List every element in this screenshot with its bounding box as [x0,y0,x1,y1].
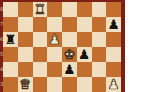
square-h6[interactable] [106,32,121,47]
square-c4[interactable] [33,62,48,77]
black-pawn: ♟ [78,47,90,62]
square-f5[interactable]: ♟ [77,47,92,62]
square-e6[interactable] [62,32,77,47]
square-e7[interactable] [62,17,77,32]
square-a8[interactable] [3,2,18,17]
black-rook: ♜ [5,32,17,47]
square-c6[interactable] [33,32,48,47]
square-b6[interactable] [18,32,33,47]
square-e3[interactable] [62,77,77,92]
square-b8[interactable] [18,2,33,17]
square-h3[interactable]: ♟ [106,77,121,92]
square-f6[interactable] [77,32,92,47]
white-queen: ♛ [19,77,31,92]
square-e8[interactable] [62,2,77,17]
square-g5[interactable] [92,47,107,62]
white-rook: ♜ [34,2,46,17]
square-g8[interactable] [92,2,107,17]
rank-label-5: 5 [0,47,3,62]
black-pawn: ♟ [108,17,120,32]
square-a6[interactable]: ♜ [3,32,18,47]
square-d4[interactable] [47,62,62,77]
square-a5[interactable] [3,47,18,62]
square-c7[interactable] [33,17,48,32]
square-f7[interactable] [77,17,92,32]
square-d7[interactable] [47,17,62,32]
square-c3[interactable] [33,77,48,92]
black-pawn: ♟ [64,62,76,77]
chess-board[interactable]: ♜♟♜♟♚♟♟♛♟ [3,2,121,92]
rank-label-7: 7 [0,17,3,32]
rank-label-3: 3 [0,77,3,92]
square-f8[interactable] [77,2,92,17]
rank-label-8: 8 [0,2,3,17]
square-h7[interactable]: ♟ [106,17,121,32]
square-g7[interactable] [92,17,107,32]
white-pawn: ♟ [49,32,61,47]
white-pawn: ♟ [108,77,120,92]
square-h4[interactable] [106,62,121,77]
white-king: ♚ [64,47,76,62]
square-e5[interactable]: ♚ [62,47,77,62]
square-a4[interactable] [3,62,18,77]
square-b3[interactable]: ♛ [18,77,33,92]
square-d3[interactable] [47,77,62,92]
square-c5[interactable] [33,47,48,62]
rank-label-6: 6 [0,32,3,47]
square-d5[interactable] [47,47,62,62]
square-d6[interactable]: ♟ [47,32,62,47]
square-h5[interactable] [106,47,121,62]
square-g4[interactable] [92,62,107,77]
square-b7[interactable] [18,17,33,32]
square-c8[interactable]: ♜ [33,2,48,17]
square-g3[interactable] [92,77,107,92]
page: ♜♟♜♟♚♟♟♛♟ 876543 [0,0,164,92]
square-f3[interactable] [77,77,92,92]
square-h8[interactable] [106,2,121,17]
square-a3[interactable] [3,77,18,92]
square-a7[interactable] [3,17,18,32]
square-g6[interactable] [92,32,107,47]
square-b5[interactable] [18,47,33,62]
square-f4[interactable] [77,62,92,77]
rank-label-4: 4 [0,62,3,77]
square-d8[interactable] [47,2,62,17]
square-b4[interactable] [18,62,33,77]
square-e4[interactable]: ♟ [62,62,77,77]
